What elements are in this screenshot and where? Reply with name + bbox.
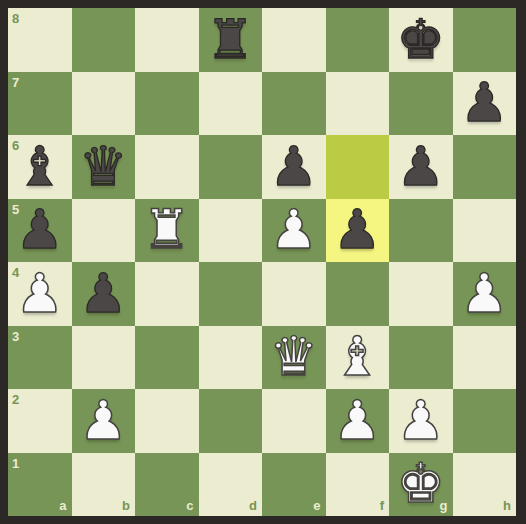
white-pawn-icon[interactable]: ♟ bbox=[72, 389, 136, 453]
square-f2[interactable]: ♟ bbox=[326, 389, 390, 453]
square-b5[interactable] bbox=[72, 199, 136, 263]
square-g7[interactable] bbox=[389, 72, 453, 136]
square-e3[interactable]: ♛ bbox=[262, 326, 326, 390]
square-d8[interactable]: ♜ bbox=[199, 8, 263, 72]
square-e4[interactable] bbox=[262, 262, 326, 326]
white-queen-icon[interactable]: ♛ bbox=[262, 326, 326, 390]
square-a6[interactable]: 6♝ bbox=[8, 135, 72, 199]
square-b6[interactable]: ♛ bbox=[72, 135, 136, 199]
rank-label-8: 8 bbox=[12, 12, 19, 25]
square-a2[interactable]: 2 bbox=[8, 389, 72, 453]
square-h1[interactable]: h bbox=[453, 453, 517, 517]
square-e6[interactable]: ♟ bbox=[262, 135, 326, 199]
square-e8[interactable] bbox=[262, 8, 326, 72]
white-bishop-icon[interactable]: ♝ bbox=[326, 326, 390, 390]
white-pawn-icon[interactable]: ♟ bbox=[453, 262, 517, 326]
square-c5[interactable]: ♜ bbox=[135, 199, 199, 263]
black-pawn-icon[interactable]: ♟ bbox=[326, 199, 390, 263]
black-pawn-icon[interactable]: ♟ bbox=[72, 262, 136, 326]
square-a1[interactable]: 1a bbox=[8, 453, 72, 517]
square-d2[interactable] bbox=[199, 389, 263, 453]
square-b8[interactable] bbox=[72, 8, 136, 72]
square-f4[interactable] bbox=[326, 262, 390, 326]
square-g6[interactable]: ♟ bbox=[389, 135, 453, 199]
square-d3[interactable] bbox=[199, 326, 263, 390]
square-f8[interactable] bbox=[326, 8, 390, 72]
file-label-h: h bbox=[503, 499, 511, 512]
square-c1[interactable]: c bbox=[135, 453, 199, 517]
square-c3[interactable] bbox=[135, 326, 199, 390]
rank-label-3: 3 bbox=[12, 330, 19, 343]
square-e2[interactable] bbox=[262, 389, 326, 453]
square-d4[interactable] bbox=[199, 262, 263, 326]
square-g3[interactable] bbox=[389, 326, 453, 390]
square-g1[interactable]: g♚ bbox=[389, 453, 453, 517]
square-a4[interactable]: 4♟ bbox=[8, 262, 72, 326]
square-d6[interactable] bbox=[199, 135, 263, 199]
square-d7[interactable] bbox=[199, 72, 263, 136]
square-h6[interactable] bbox=[453, 135, 517, 199]
black-bishop-icon[interactable]: ♝ bbox=[8, 135, 72, 199]
square-e5[interactable]: ♟ bbox=[262, 199, 326, 263]
rank-label-1: 1 bbox=[12, 457, 19, 470]
white-pawn-icon[interactable]: ♟ bbox=[389, 389, 453, 453]
white-pawn-icon[interactable]: ♟ bbox=[8, 262, 72, 326]
white-pawn-icon[interactable]: ♟ bbox=[326, 389, 390, 453]
black-pawn-icon[interactable]: ♟ bbox=[453, 72, 517, 136]
square-f7[interactable] bbox=[326, 72, 390, 136]
square-g8[interactable]: ♚ bbox=[389, 8, 453, 72]
square-f5[interactable]: ♟ bbox=[326, 199, 390, 263]
square-a5[interactable]: 5♟ bbox=[8, 199, 72, 263]
square-h7[interactable]: ♟ bbox=[453, 72, 517, 136]
square-b7[interactable] bbox=[72, 72, 136, 136]
square-h2[interactable] bbox=[453, 389, 517, 453]
chess-app-background: { "game": "chess", "position": { "fen": … bbox=[0, 0, 526, 524]
square-e1[interactable]: e bbox=[262, 453, 326, 517]
square-h3[interactable] bbox=[453, 326, 517, 390]
square-a3[interactable]: 3 bbox=[8, 326, 72, 390]
square-f1[interactable]: f bbox=[326, 453, 390, 517]
white-rook-icon[interactable]: ♜ bbox=[135, 199, 199, 263]
rank-label-2: 2 bbox=[12, 393, 19, 406]
file-label-a: a bbox=[59, 499, 66, 512]
black-rook-icon[interactable]: ♜ bbox=[199, 8, 263, 72]
square-b3[interactable] bbox=[72, 326, 136, 390]
square-c8[interactable] bbox=[135, 8, 199, 72]
file-label-d: d bbox=[249, 499, 257, 512]
square-f6[interactable] bbox=[326, 135, 390, 199]
square-h4[interactable]: ♟ bbox=[453, 262, 517, 326]
square-c7[interactable] bbox=[135, 72, 199, 136]
white-pawn-icon[interactable]: ♟ bbox=[262, 199, 326, 263]
black-pawn-icon[interactable]: ♟ bbox=[389, 135, 453, 199]
square-b1[interactable]: b bbox=[72, 453, 136, 517]
square-a8[interactable]: 8 bbox=[8, 8, 72, 72]
square-c4[interactable] bbox=[135, 262, 199, 326]
square-g2[interactable]: ♟ bbox=[389, 389, 453, 453]
rank-label-7: 7 bbox=[12, 76, 19, 89]
square-b4[interactable]: ♟ bbox=[72, 262, 136, 326]
black-pawn-icon[interactable]: ♟ bbox=[8, 199, 72, 263]
black-pawn-icon[interactable]: ♟ bbox=[262, 135, 326, 199]
square-h8[interactable] bbox=[453, 8, 517, 72]
square-f3[interactable]: ♝ bbox=[326, 326, 390, 390]
square-a7[interactable]: 7 bbox=[8, 72, 72, 136]
square-d1[interactable]: d bbox=[199, 453, 263, 517]
file-label-e: e bbox=[313, 499, 320, 512]
square-h5[interactable] bbox=[453, 199, 517, 263]
square-g4[interactable] bbox=[389, 262, 453, 326]
file-label-c: c bbox=[186, 499, 193, 512]
square-d5[interactable] bbox=[199, 199, 263, 263]
square-g5[interactable] bbox=[389, 199, 453, 263]
chess-board: 8♜♚7♟6♝♛♟♟5♟♜♟♟4♟♟♟3♛♝2♟♟♟1abcdefg♚h bbox=[8, 8, 516, 516]
black-king-icon[interactable]: ♚ bbox=[389, 8, 453, 72]
square-c6[interactable] bbox=[135, 135, 199, 199]
file-label-f: f bbox=[380, 499, 384, 512]
file-label-b: b bbox=[122, 499, 130, 512]
white-king-icon[interactable]: ♚ bbox=[389, 453, 453, 517]
black-queen-icon[interactable]: ♛ bbox=[72, 135, 136, 199]
square-c2[interactable] bbox=[135, 389, 199, 453]
square-e7[interactable] bbox=[262, 72, 326, 136]
square-b2[interactable]: ♟ bbox=[72, 389, 136, 453]
